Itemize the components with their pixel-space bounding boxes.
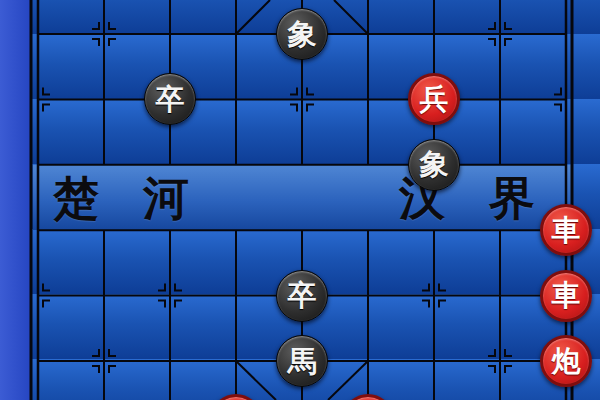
xiangqi-board[interactable]: 楚 河 汉 界 象卒兵象車卒車馬炮仕帥 <box>0 0 600 400</box>
river-label-chu-he: 楚 河 <box>53 168 203 230</box>
piece-black-elephant[interactable]: 象 <box>408 139 460 191</box>
piece-red-chariot[interactable]: 車 <box>540 270 592 322</box>
piece-red-cannon[interactable]: 炮 <box>540 335 592 387</box>
piece-black-soldier[interactable]: 卒 <box>276 270 328 322</box>
piece-black-elephant[interactable]: 象 <box>276 8 328 60</box>
piece-red-soldier[interactable]: 兵 <box>408 73 460 125</box>
piece-red-chariot[interactable]: 車 <box>540 204 592 256</box>
piece-black-horse[interactable]: 馬 <box>276 335 328 387</box>
piece-black-soldier[interactable]: 卒 <box>144 73 196 125</box>
